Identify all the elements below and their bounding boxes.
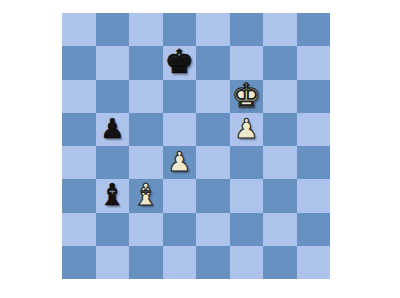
- square-b3[interactable]: ♝: [96, 179, 130, 212]
- square-a3[interactable]: [62, 179, 96, 212]
- square-d7[interactable]: ♚: [163, 46, 197, 79]
- piece-black-pawn[interactable]: ♟: [100, 115, 124, 142]
- square-b2[interactable]: [96, 213, 130, 246]
- square-a4[interactable]: [62, 146, 96, 179]
- square-g1[interactable]: [263, 246, 297, 279]
- square-e4[interactable]: [196, 146, 230, 179]
- square-c8[interactable]: [129, 13, 163, 46]
- screenshot-root: ♚♚♟♟♟♝♝: [0, 0, 400, 298]
- square-g7[interactable]: [263, 46, 297, 79]
- square-d2[interactable]: [163, 213, 197, 246]
- square-e1[interactable]: [196, 246, 230, 279]
- square-g6[interactable]: [263, 80, 297, 113]
- square-g3[interactable]: [263, 179, 297, 212]
- square-h4[interactable]: [297, 146, 331, 179]
- square-a8[interactable]: [62, 13, 96, 46]
- square-h3[interactable]: [297, 179, 331, 212]
- square-e6[interactable]: [196, 80, 230, 113]
- square-d1[interactable]: [163, 246, 197, 279]
- piece-white-pawn[interactable]: ♟: [167, 148, 191, 175]
- square-a2[interactable]: [62, 213, 96, 246]
- chess-board: ♚♚♟♟♟♝♝: [62, 13, 330, 279]
- square-c3[interactable]: ♝: [129, 179, 163, 212]
- square-e5[interactable]: [196, 113, 230, 146]
- square-d8[interactable]: [163, 13, 197, 46]
- square-b4[interactable]: [96, 146, 130, 179]
- square-f3[interactable]: [230, 179, 264, 212]
- square-e8[interactable]: [196, 13, 230, 46]
- square-c6[interactable]: [129, 80, 163, 113]
- square-a5[interactable]: [62, 113, 96, 146]
- square-b8[interactable]: [96, 13, 130, 46]
- square-f8[interactable]: [230, 13, 264, 46]
- square-c1[interactable]: [129, 246, 163, 279]
- square-f2[interactable]: [230, 213, 264, 246]
- square-h7[interactable]: [297, 46, 331, 79]
- square-f5[interactable]: ♟: [230, 113, 264, 146]
- square-g4[interactable]: [263, 146, 297, 179]
- piece-black-bishop[interactable]: ♝: [99, 180, 126, 210]
- square-c2[interactable]: [129, 213, 163, 246]
- square-h6[interactable]: [297, 80, 331, 113]
- square-c4[interactable]: [129, 146, 163, 179]
- square-d4[interactable]: ♟: [163, 146, 197, 179]
- piece-black-king[interactable]: ♚: [164, 45, 194, 78]
- square-d6[interactable]: [163, 80, 197, 113]
- square-c5[interactable]: [129, 113, 163, 146]
- square-d3[interactable]: [163, 179, 197, 212]
- square-a7[interactable]: [62, 46, 96, 79]
- piece-white-bishop[interactable]: ♝: [132, 180, 159, 210]
- square-b7[interactable]: [96, 46, 130, 79]
- square-e7[interactable]: [196, 46, 230, 79]
- square-b1[interactable]: [96, 246, 130, 279]
- piece-white-pawn[interactable]: ♟: [234, 115, 258, 142]
- square-h2[interactable]: [297, 213, 331, 246]
- square-h8[interactable]: [297, 13, 331, 46]
- square-f4[interactable]: [230, 146, 264, 179]
- piece-white-king[interactable]: ♚: [231, 79, 261, 112]
- square-e3[interactable]: [196, 179, 230, 212]
- square-f6[interactable]: ♚: [230, 80, 264, 113]
- square-d5[interactable]: [163, 113, 197, 146]
- square-g5[interactable]: [263, 113, 297, 146]
- square-h5[interactable]: [297, 113, 331, 146]
- square-f1[interactable]: [230, 246, 264, 279]
- square-f7[interactable]: [230, 46, 264, 79]
- square-a1[interactable]: [62, 246, 96, 279]
- square-b5[interactable]: ♟: [96, 113, 130, 146]
- square-b6[interactable]: [96, 80, 130, 113]
- square-g8[interactable]: [263, 13, 297, 46]
- square-g2[interactable]: [263, 213, 297, 246]
- square-a6[interactable]: [62, 80, 96, 113]
- square-c7[interactable]: [129, 46, 163, 79]
- square-h1[interactable]: [297, 246, 331, 279]
- square-e2[interactable]: [196, 213, 230, 246]
